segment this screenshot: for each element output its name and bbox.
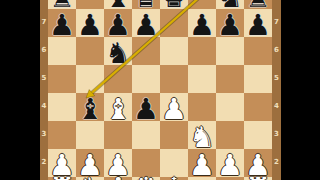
- rank-label-4-right: 4: [272, 102, 281, 111]
- square-a4[interactable]: [48, 93, 76, 121]
- rank-labels-right: 87654321: [272, 0, 281, 180]
- square-d5[interactable]: [132, 65, 160, 93]
- piece-black-pawn[interactable]: ♟: [133, 11, 159, 40]
- square-h3[interactable]: [244, 121, 272, 149]
- piece-black-pawn[interactable]: ♟: [245, 11, 271, 40]
- piece-white-king[interactable]: ♚: [161, 174, 187, 180]
- square-b4[interactable]: ♝: [76, 93, 104, 121]
- piece-black-knight[interactable]: ♞: [105, 39, 131, 68]
- square-e8[interactable]: ♚: [160, 0, 188, 9]
- board: ♜♝♛♚♞♜♟♟♟♟♟♟♟♞♝♝♟♟♞♟♟♟♟♟♟♜♞♝♛♚♜: [48, 0, 272, 180]
- rank-label-3-left: 3: [40, 130, 48, 139]
- square-h7[interactable]: ♟: [244, 9, 272, 37]
- letterbox-right: [281, 0, 320, 180]
- piece-white-pawn[interactable]: ♟: [217, 151, 243, 180]
- square-c7[interactable]: ♟: [104, 9, 132, 37]
- square-a5[interactable]: [48, 65, 76, 93]
- square-d4[interactable]: ♟: [132, 93, 160, 121]
- board-frame: 87654321 87654321 ♜♝♛♚♞♜♟♟♟♟♟♟♟♞♝♝♟♟♞♟♟♟…: [40, 0, 281, 180]
- rank-label-5-left: 5: [40, 74, 48, 83]
- piece-black-pawn[interactable]: ♟: [217, 11, 243, 40]
- piece-white-pawn[interactable]: ♟: [161, 95, 187, 124]
- rank-label-5-right: 5: [272, 74, 281, 83]
- square-g5[interactable]: [216, 65, 244, 93]
- rank-label-7-left: 7: [40, 18, 48, 27]
- square-e1[interactable]: ♚: [160, 177, 188, 180]
- square-h1[interactable]: ♜: [244, 177, 272, 180]
- square-g3[interactable]: [216, 121, 244, 149]
- square-b1[interactable]: ♞: [76, 177, 104, 180]
- rank-label-6-right: 6: [272, 46, 281, 55]
- rank-labels-left: 87654321: [40, 0, 48, 180]
- square-e4[interactable]: ♟: [160, 93, 188, 121]
- piece-white-bishop[interactable]: ♝: [105, 174, 131, 180]
- square-c6[interactable]: ♞: [104, 37, 132, 65]
- square-b7[interactable]: ♟: [76, 9, 104, 37]
- square-c4[interactable]: ♝: [104, 93, 132, 121]
- square-g2[interactable]: ♟: [216, 149, 244, 177]
- piece-black-pawn[interactable]: ♟: [133, 95, 159, 124]
- square-e5[interactable]: [160, 65, 188, 93]
- square-g4[interactable]: [216, 93, 244, 121]
- letterbox-left: [0, 0, 40, 180]
- piece-black-king[interactable]: ♚: [161, 0, 187, 12]
- piece-black-pawn[interactable]: ♟: [49, 11, 75, 40]
- square-e6[interactable]: [160, 37, 188, 65]
- rank-label-6-left: 6: [40, 46, 48, 55]
- square-g7[interactable]: ♟: [216, 9, 244, 37]
- square-a7[interactable]: ♟: [48, 9, 76, 37]
- piece-white-rook[interactable]: ♜: [49, 174, 75, 180]
- square-f2[interactable]: ♟: [188, 149, 216, 177]
- rank-label-7-right: 7: [272, 18, 281, 27]
- piece-white-pawn[interactable]: ♟: [189, 151, 215, 180]
- square-f5[interactable]: [188, 65, 216, 93]
- piece-black-bishop[interactable]: ♝: [77, 95, 103, 124]
- piece-white-bishop[interactable]: ♝: [105, 95, 131, 124]
- square-a1[interactable]: ♜: [48, 177, 76, 180]
- piece-black-pawn[interactable]: ♟: [77, 11, 103, 40]
- square-h4[interactable]: [244, 93, 272, 121]
- piece-black-pawn[interactable]: ♟: [189, 11, 215, 40]
- square-h5[interactable]: [244, 65, 272, 93]
- piece-white-queen[interactable]: ♛: [133, 174, 159, 180]
- square-d1[interactable]: ♛: [132, 177, 160, 180]
- square-f4[interactable]: [188, 93, 216, 121]
- chess-diagram: 87654321 87654321 ♜♝♛♚♞♜♟♟♟♟♟♟♟♞♝♝♟♟♞♟♟♟…: [0, 0, 320, 180]
- rank-label-4-left: 4: [40, 102, 48, 111]
- piece-white-knight[interactable]: ♞: [77, 174, 103, 180]
- square-f7[interactable]: ♟: [188, 9, 216, 37]
- square-a3[interactable]: [48, 121, 76, 149]
- square-f3[interactable]: ♞: [188, 121, 216, 149]
- rank-label-3-right: 3: [272, 130, 281, 139]
- piece-white-rook[interactable]: ♜: [245, 174, 271, 180]
- square-b5[interactable]: [76, 65, 104, 93]
- square-c1[interactable]: ♝: [104, 177, 132, 180]
- rank-label-2-left: 2: [40, 158, 48, 167]
- square-d7[interactable]: ♟: [132, 9, 160, 37]
- rank-label-2-right: 2: [272, 158, 281, 167]
